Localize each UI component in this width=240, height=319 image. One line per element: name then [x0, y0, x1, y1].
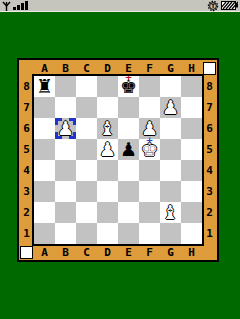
square-h4[interactable]	[181, 160, 202, 181]
square-b1[interactable]	[55, 223, 76, 244]
square-d8[interactable]	[97, 76, 118, 97]
signal-bar	[17, 5, 20, 10]
square-c1[interactable]	[76, 223, 97, 244]
square-d2[interactable]	[97, 202, 118, 223]
rank-label: 1	[202, 223, 217, 244]
square-g8[interactable]	[160, 76, 181, 97]
file-label: B	[55, 60, 76, 76]
square-g6[interactable]	[160, 118, 181, 139]
status-bar: T	[0, 0, 240, 12]
square-d7[interactable]	[97, 97, 118, 118]
square-a6[interactable]	[34, 118, 55, 139]
square-c3[interactable]	[76, 181, 97, 202]
square-b8[interactable]	[55, 76, 76, 97]
file-label: A	[34, 244, 55, 260]
file-label: F	[139, 60, 160, 76]
corner-bottom-right	[202, 244, 217, 260]
rank-label: 1	[19, 223, 34, 244]
file-label: C	[76, 60, 97, 76]
signal-bars-icon	[13, 0, 28, 11]
rank-label: 8	[202, 76, 217, 97]
square-a5[interactable]	[34, 139, 55, 160]
file-label: D	[97, 244, 118, 260]
square-g7[interactable]: ♟	[160, 97, 181, 118]
square-c2[interactable]	[76, 202, 97, 223]
square-d1[interactable]	[97, 223, 118, 244]
chess-board: ABCDEFGH8♜♚+87♟76♟♝♟65♟♟♚+544332♝211ABCD…	[17, 58, 219, 262]
piece-white-pawn: ♟	[57, 118, 74, 139]
square-f1[interactable]	[139, 223, 160, 244]
square-a2[interactable]	[34, 202, 55, 223]
rank-label: 5	[19, 139, 34, 160]
square-h2[interactable]	[181, 202, 202, 223]
signal-bar	[13, 7, 16, 10]
corner-top-right	[202, 60, 217, 76]
piece-white-bishop: ♝	[162, 202, 179, 223]
piece-black-pawn: ♟	[120, 139, 137, 160]
file-label: E	[118, 244, 139, 260]
file-label: E	[118, 60, 139, 76]
rank-label: 4	[19, 160, 34, 181]
square-h3[interactable]	[181, 181, 202, 202]
square-b3[interactable]	[55, 181, 76, 202]
square-c4[interactable]	[76, 160, 97, 181]
square-c8[interactable]	[76, 76, 97, 97]
square-c5[interactable]	[76, 139, 97, 160]
square-e4[interactable]	[118, 160, 139, 181]
square-e3[interactable]	[118, 181, 139, 202]
rank-label: 5	[202, 139, 217, 160]
square-b7[interactable]	[55, 97, 76, 118]
rank-label: 2	[202, 202, 217, 223]
rank-label: 8	[19, 76, 34, 97]
square-g3[interactable]	[160, 181, 181, 202]
square-c7[interactable]	[76, 97, 97, 118]
file-label: H	[181, 60, 202, 76]
file-label: C	[76, 244, 97, 260]
square-a4[interactable]	[34, 160, 55, 181]
square-a8[interactable]: ♜	[34, 76, 55, 97]
square-h7[interactable]	[181, 97, 202, 118]
square-h5[interactable]	[181, 139, 202, 160]
signal-bar	[21, 3, 24, 10]
square-e5[interactable]: ♟	[118, 139, 139, 160]
file-label: G	[160, 60, 181, 76]
file-label: D	[97, 60, 118, 76]
square-e2[interactable]	[118, 202, 139, 223]
square-f7[interactable]	[139, 97, 160, 118]
square-f3[interactable]	[139, 181, 160, 202]
square-h8[interactable]	[181, 76, 202, 97]
square-a1[interactable]	[34, 223, 55, 244]
square-b6[interactable]: ♟	[55, 118, 76, 139]
square-d3[interactable]	[97, 181, 118, 202]
rank-label: 6	[19, 118, 34, 139]
piece-white-pawn: ♟	[162, 97, 179, 118]
profile-t-icon: T	[207, 0, 219, 12]
piece-black-rook: ♜	[36, 76, 53, 97]
selection-corner	[69, 132, 76, 139]
piece-white-king: ♚	[141, 139, 158, 160]
square-d4[interactable]	[97, 160, 118, 181]
rank-label: 3	[19, 181, 34, 202]
rank-label: 6	[202, 118, 217, 139]
turn-indicator-square	[20, 246, 33, 259]
rank-label: 7	[19, 97, 34, 118]
signal-bar	[25, 1, 28, 10]
square-d5[interactable]: ♟	[97, 139, 118, 160]
rank-label: 2	[19, 202, 34, 223]
square-b4[interactable]	[55, 160, 76, 181]
square-a7[interactable]	[34, 97, 55, 118]
square-f6[interactable]: ♟	[139, 118, 160, 139]
square-e8[interactable]: ♚+	[118, 76, 139, 97]
square-a3[interactable]	[34, 181, 55, 202]
corner-bottom-left	[19, 244, 34, 260]
rank-label: 7	[202, 97, 217, 118]
square-h6[interactable]	[181, 118, 202, 139]
signal-strength-indicator	[2, 0, 28, 11]
piece-white-bishop: ♝	[99, 118, 116, 139]
turn-indicator-square	[203, 62, 216, 75]
selection-corner	[69, 118, 76, 125]
selection-corner	[55, 132, 62, 139]
piece-white-pawn: ♟	[141, 118, 158, 139]
corner-top-left	[19, 60, 34, 76]
square-b2[interactable]	[55, 202, 76, 223]
square-f8[interactable]	[139, 76, 160, 97]
square-e7[interactable]	[118, 97, 139, 118]
file-label: H	[181, 244, 202, 260]
square-c6[interactable]	[76, 118, 97, 139]
piece-white-pawn: ♟	[99, 139, 116, 160]
file-label: A	[34, 60, 55, 76]
square-g5[interactable]	[160, 139, 181, 160]
piece-black-king: ♚	[120, 76, 137, 97]
square-f2[interactable]	[139, 202, 160, 223]
square-b5[interactable]	[55, 139, 76, 160]
square-g4[interactable]	[160, 160, 181, 181]
battery-icon	[221, 1, 238, 10]
file-label: F	[139, 244, 160, 260]
antenna-icon	[2, 1, 11, 11]
square-f4[interactable]	[139, 160, 160, 181]
selection-cursor	[55, 118, 76, 139]
file-label: B	[55, 244, 76, 260]
rank-label: 4	[202, 160, 217, 181]
square-g2[interactable]: ♝	[160, 202, 181, 223]
square-g1[interactable]	[160, 223, 181, 244]
square-h1[interactable]	[181, 223, 202, 244]
square-d6[interactable]: ♝	[97, 118, 118, 139]
square-e1[interactable]	[118, 223, 139, 244]
rank-label: 3	[202, 181, 217, 202]
selection-corner	[55, 118, 62, 125]
file-label: G	[160, 244, 181, 260]
square-f5[interactable]: ♚+	[139, 139, 160, 160]
square-e6[interactable]	[118, 118, 139, 139]
